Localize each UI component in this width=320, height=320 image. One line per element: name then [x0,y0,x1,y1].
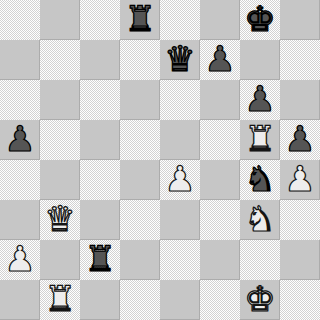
square-h3[interactable] [280,200,320,240]
square-a8[interactable] [0,0,40,40]
square-c4[interactable] [80,160,120,200]
square-b5[interactable] [40,120,80,160]
square-d2[interactable] [120,240,160,280]
piece-black-king: ♚ [244,0,275,39]
square-d7[interactable] [120,40,160,80]
piece-black-knight: ♞ [244,159,275,199]
square-f5[interactable] [200,120,240,160]
piece-black-pawn: ♟ [4,119,35,159]
piece-black-pawn: ♟ [284,119,315,159]
square-f6[interactable] [200,80,240,120]
square-a3[interactable] [0,200,40,240]
piece-white-pawn: ♟ [4,239,35,279]
square-b7[interactable] [40,40,80,80]
square-h7[interactable] [280,40,320,80]
square-h8[interactable] [280,0,320,40]
square-h1[interactable] [280,280,320,320]
square-c1[interactable] [80,280,120,320]
square-h6[interactable] [280,80,320,120]
square-f3[interactable] [200,200,240,240]
square-g4[interactable]: ♞ [240,160,280,200]
piece-white-rook: ♜ [44,279,75,319]
square-b8[interactable] [40,0,80,40]
square-f7[interactable]: ♟ [200,40,240,80]
square-f4[interactable] [200,160,240,200]
square-a5[interactable]: ♟ [0,120,40,160]
square-d5[interactable] [120,120,160,160]
square-g8[interactable]: ♚ [240,0,280,40]
piece-black-queen: ♛ [164,39,195,79]
piece-white-knight: ♞ [244,199,275,239]
square-e7[interactable]: ♛ [160,40,200,80]
square-c8[interactable] [80,0,120,40]
square-a4[interactable] [0,160,40,200]
square-d1[interactable] [120,280,160,320]
square-b6[interactable] [40,80,80,120]
square-g3[interactable]: ♞ [240,200,280,240]
square-d8[interactable]: ♜ [120,0,160,40]
square-c6[interactable] [80,80,120,120]
square-g6[interactable]: ♟ [240,80,280,120]
square-h2[interactable] [280,240,320,280]
square-a2[interactable]: ♟ [0,240,40,280]
square-b4[interactable] [40,160,80,200]
piece-black-pawn: ♟ [204,39,235,79]
piece-white-rook: ♜ [244,119,275,159]
square-b3[interactable]: ♛ [40,200,80,240]
square-f2[interactable] [200,240,240,280]
square-e1[interactable] [160,280,200,320]
square-e4[interactable]: ♟ [160,160,200,200]
piece-white-pawn: ♟ [164,159,195,199]
square-b1[interactable]: ♜ [40,280,80,320]
square-g2[interactable] [240,240,280,280]
piece-white-king: ♚ [244,279,275,319]
square-g5[interactable]: ♜ [240,120,280,160]
square-c3[interactable] [80,200,120,240]
square-d3[interactable] [120,200,160,240]
square-d4[interactable] [120,160,160,200]
square-g1[interactable]: ♚ [240,280,280,320]
square-b2[interactable] [40,240,80,280]
square-a7[interactable] [0,40,40,80]
square-h4[interactable]: ♟ [280,160,320,200]
square-g7[interactable] [240,40,280,80]
square-e5[interactable] [160,120,200,160]
square-d6[interactable] [120,80,160,120]
piece-white-queen: ♛ [44,199,75,239]
chess-board: ♜♚♛♟♟♟♜♟♟♞♟♛♞♟♜♜♚ [0,0,320,320]
square-c7[interactable] [80,40,120,80]
square-e8[interactable] [160,0,200,40]
square-a1[interactable] [0,280,40,320]
square-e3[interactable] [160,200,200,240]
square-a6[interactable] [0,80,40,120]
piece-black-rook: ♜ [124,0,155,39]
square-f1[interactable] [200,280,240,320]
square-e6[interactable] [160,80,200,120]
piece-black-rook: ♜ [84,239,115,279]
square-e2[interactable] [160,240,200,280]
square-c2[interactable]: ♜ [80,240,120,280]
square-h5[interactable]: ♟ [280,120,320,160]
piece-white-pawn: ♟ [284,159,315,199]
piece-black-pawn: ♟ [244,79,275,119]
square-c5[interactable] [80,120,120,160]
square-f8[interactable] [200,0,240,40]
